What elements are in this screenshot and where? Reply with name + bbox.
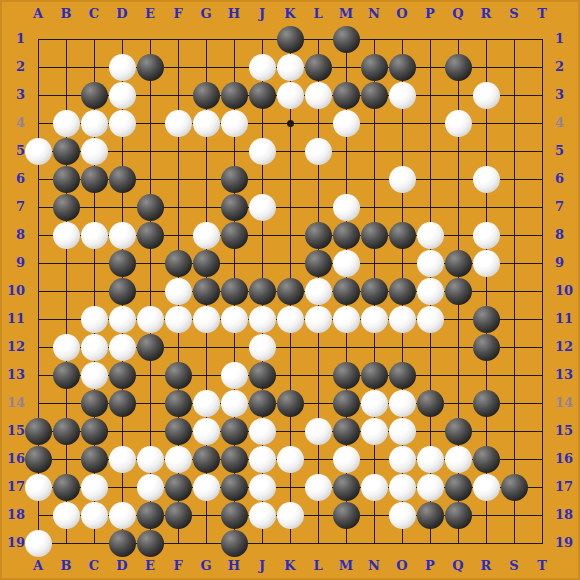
intersection[interactable] [500,445,528,473]
intersection[interactable] [192,193,220,221]
intersection[interactable] [416,81,444,109]
intersection[interactable] [444,53,472,81]
intersection[interactable] [444,361,472,389]
intersection[interactable] [360,137,388,165]
intersection[interactable] [332,389,360,417]
intersection[interactable] [360,249,388,277]
intersection[interactable] [80,333,108,361]
intersection[interactable] [360,501,388,529]
intersection[interactable] [52,277,80,305]
intersection[interactable] [24,501,52,529]
intersection[interactable] [80,529,108,557]
intersection[interactable] [304,165,332,193]
intersection[interactable] [304,193,332,221]
intersection[interactable] [164,473,192,501]
intersection[interactable] [220,361,248,389]
intersection[interactable] [52,137,80,165]
intersection[interactable] [136,529,164,557]
intersection[interactable] [164,221,192,249]
intersection[interactable] [164,249,192,277]
intersection[interactable] [192,445,220,473]
intersection[interactable] [444,529,472,557]
intersection[interactable] [500,165,528,193]
intersection[interactable] [248,305,276,333]
intersection[interactable] [444,389,472,417]
intersection[interactable] [360,529,388,557]
intersection[interactable] [276,333,304,361]
intersection[interactable] [220,25,248,53]
intersection[interactable] [24,249,52,277]
intersection[interactable] [388,389,416,417]
intersection[interactable] [220,445,248,473]
intersection[interactable] [332,165,360,193]
intersection[interactable] [528,445,556,473]
intersection[interactable] [528,277,556,305]
intersection[interactable] [332,445,360,473]
intersection[interactable] [276,417,304,445]
intersection[interactable] [528,221,556,249]
intersection[interactable] [24,333,52,361]
intersection[interactable] [388,25,416,53]
intersection[interactable] [108,333,136,361]
intersection[interactable] [192,221,220,249]
intersection[interactable] [24,445,52,473]
intersection[interactable] [80,249,108,277]
intersection[interactable] [276,25,304,53]
intersection[interactable] [500,361,528,389]
intersection[interactable] [108,25,136,53]
intersection[interactable] [80,137,108,165]
intersection[interactable] [108,137,136,165]
intersection[interactable] [136,361,164,389]
intersection[interactable] [388,529,416,557]
intersection[interactable] [332,81,360,109]
intersection[interactable] [444,445,472,473]
intersection[interactable] [108,165,136,193]
intersection[interactable] [136,445,164,473]
intersection[interactable] [164,501,192,529]
intersection[interactable] [220,333,248,361]
intersection[interactable] [164,389,192,417]
intersection[interactable] [388,53,416,81]
intersection[interactable] [220,305,248,333]
intersection[interactable] [472,137,500,165]
intersection[interactable] [24,417,52,445]
intersection[interactable] [24,305,52,333]
intersection[interactable] [192,165,220,193]
intersection[interactable] [304,81,332,109]
intersection[interactable] [416,109,444,137]
intersection[interactable] [248,25,276,53]
intersection[interactable] [220,81,248,109]
intersection[interactable] [332,529,360,557]
intersection[interactable] [500,53,528,81]
intersection[interactable] [444,221,472,249]
intersection[interactable] [52,389,80,417]
intersection[interactable] [192,277,220,305]
intersection[interactable] [444,473,472,501]
intersection[interactable] [500,25,528,53]
intersection[interactable] [192,333,220,361]
intersection[interactable] [164,53,192,81]
intersection[interactable] [528,25,556,53]
intersection[interactable] [276,165,304,193]
intersection[interactable] [500,305,528,333]
intersection[interactable] [304,249,332,277]
intersection[interactable] [276,529,304,557]
intersection[interactable] [360,221,388,249]
intersection[interactable] [304,473,332,501]
intersection[interactable] [52,53,80,81]
intersection[interactable] [304,417,332,445]
intersection[interactable] [220,53,248,81]
intersection[interactable] [52,25,80,53]
intersection[interactable] [388,361,416,389]
intersection[interactable] [192,389,220,417]
intersection[interactable] [248,137,276,165]
intersection[interactable] [500,109,528,137]
intersection[interactable] [500,137,528,165]
intersection[interactable] [472,277,500,305]
intersection[interactable] [528,361,556,389]
intersection[interactable] [388,221,416,249]
intersection[interactable] [248,193,276,221]
intersection[interactable] [276,305,304,333]
intersection[interactable] [444,137,472,165]
intersection[interactable] [136,277,164,305]
intersection[interactable] [248,165,276,193]
intersection[interactable] [416,501,444,529]
intersection[interactable] [276,277,304,305]
intersection[interactable] [416,249,444,277]
intersection[interactable] [220,193,248,221]
intersection[interactable] [276,193,304,221]
intersection[interactable] [108,109,136,137]
intersection[interactable] [52,333,80,361]
intersection[interactable] [192,417,220,445]
intersection[interactable] [276,137,304,165]
intersection[interactable] [416,137,444,165]
intersection[interactable] [416,305,444,333]
intersection[interactable] [528,473,556,501]
intersection[interactable] [80,165,108,193]
intersection[interactable] [80,25,108,53]
intersection[interactable] [52,501,80,529]
intersection[interactable] [360,193,388,221]
intersection[interactable] [388,193,416,221]
intersection[interactable] [24,361,52,389]
intersection[interactable] [528,193,556,221]
intersection[interactable] [80,473,108,501]
intersection[interactable] [444,333,472,361]
intersection[interactable] [108,389,136,417]
intersection[interactable] [416,25,444,53]
intersection[interactable] [24,165,52,193]
intersection[interactable] [528,109,556,137]
intersection[interactable] [416,333,444,361]
intersection[interactable] [136,417,164,445]
intersection[interactable] [248,501,276,529]
intersection[interactable] [24,137,52,165]
intersection[interactable] [80,389,108,417]
intersection[interactable] [80,53,108,81]
intersection[interactable] [304,389,332,417]
intersection[interactable] [528,529,556,557]
intersection[interactable] [472,361,500,389]
intersection[interactable] [80,361,108,389]
intersection[interactable] [528,305,556,333]
intersection[interactable] [360,473,388,501]
intersection[interactable] [276,389,304,417]
intersection[interactable] [332,361,360,389]
intersection[interactable] [24,193,52,221]
intersection[interactable] [304,529,332,557]
intersection[interactable] [52,361,80,389]
intersection[interactable] [360,389,388,417]
intersection[interactable] [360,165,388,193]
intersection[interactable] [472,109,500,137]
intersection[interactable] [304,109,332,137]
intersection[interactable] [472,473,500,501]
intersection[interactable] [304,361,332,389]
intersection[interactable] [164,81,192,109]
intersection[interactable] [52,165,80,193]
intersection[interactable] [444,417,472,445]
intersection[interactable] [136,501,164,529]
intersection[interactable] [472,389,500,417]
intersection[interactable] [108,445,136,473]
intersection[interactable] [304,445,332,473]
intersection[interactable] [164,165,192,193]
intersection[interactable] [108,305,136,333]
intersection[interactable] [388,445,416,473]
intersection[interactable] [416,417,444,445]
intersection[interactable] [192,529,220,557]
intersection[interactable] [248,333,276,361]
intersection[interactable] [528,389,556,417]
intersection[interactable] [416,165,444,193]
intersection[interactable] [444,109,472,137]
intersection[interactable] [276,361,304,389]
intersection[interactable] [108,81,136,109]
intersection[interactable] [360,361,388,389]
intersection[interactable] [416,221,444,249]
intersection[interactable] [472,305,500,333]
intersection[interactable] [500,277,528,305]
intersection[interactable] [136,109,164,137]
intersection[interactable] [24,277,52,305]
intersection[interactable] [332,221,360,249]
intersection[interactable] [500,81,528,109]
intersection[interactable] [108,277,136,305]
intersection[interactable] [416,445,444,473]
intersection[interactable] [136,53,164,81]
intersection[interactable] [192,137,220,165]
intersection[interactable] [332,333,360,361]
intersection[interactable] [332,25,360,53]
intersection[interactable] [24,473,52,501]
intersection[interactable] [80,417,108,445]
intersection[interactable] [444,277,472,305]
intersection[interactable] [52,445,80,473]
intersection[interactable] [388,109,416,137]
intersection[interactable] [444,81,472,109]
intersection[interactable] [360,109,388,137]
intersection[interactable] [276,109,304,137]
intersection[interactable] [388,137,416,165]
intersection[interactable] [220,165,248,193]
intersection[interactable] [304,277,332,305]
intersection[interactable] [164,137,192,165]
intersection[interactable] [164,25,192,53]
intersection[interactable] [248,277,276,305]
intersection[interactable] [416,277,444,305]
intersection[interactable] [276,473,304,501]
intersection[interactable] [500,417,528,445]
intersection[interactable] [332,277,360,305]
intersection[interactable] [192,361,220,389]
intersection[interactable] [444,249,472,277]
intersection[interactable] [360,25,388,53]
intersection[interactable] [332,137,360,165]
intersection[interactable] [136,221,164,249]
intersection[interactable] [248,529,276,557]
intersection[interactable] [472,53,500,81]
intersection[interactable] [192,501,220,529]
intersection[interactable] [332,473,360,501]
intersection[interactable] [360,53,388,81]
intersection[interactable] [360,417,388,445]
intersection[interactable] [332,249,360,277]
intersection[interactable] [80,109,108,137]
intersection[interactable] [472,25,500,53]
intersection[interactable] [304,333,332,361]
intersection[interactable] [360,81,388,109]
intersection[interactable] [472,165,500,193]
intersection[interactable] [248,221,276,249]
intersection[interactable] [164,417,192,445]
intersection[interactable] [108,249,136,277]
intersection[interactable] [528,53,556,81]
intersection[interactable] [220,417,248,445]
intersection[interactable] [108,529,136,557]
intersection[interactable] [136,137,164,165]
intersection[interactable] [220,221,248,249]
intersection[interactable] [164,333,192,361]
intersection[interactable] [416,53,444,81]
intersection[interactable] [136,165,164,193]
intersection[interactable] [388,277,416,305]
intersection[interactable] [360,445,388,473]
intersection[interactable] [528,333,556,361]
intersection[interactable] [52,305,80,333]
intersection[interactable] [416,473,444,501]
intersection[interactable] [24,81,52,109]
intersection[interactable] [472,529,500,557]
intersection[interactable] [52,109,80,137]
intersection[interactable] [248,249,276,277]
intersection[interactable] [304,137,332,165]
intersection[interactable] [248,361,276,389]
intersection[interactable] [528,417,556,445]
intersection[interactable] [528,249,556,277]
intersection[interactable] [500,529,528,557]
intersection[interactable] [332,501,360,529]
intersection[interactable] [360,305,388,333]
intersection[interactable] [388,333,416,361]
intersection[interactable] [444,165,472,193]
intersection[interactable] [500,193,528,221]
intersection[interactable] [416,361,444,389]
intersection[interactable] [220,277,248,305]
intersection[interactable] [136,193,164,221]
intersection[interactable] [192,249,220,277]
intersection[interactable] [276,249,304,277]
intersection[interactable] [248,473,276,501]
intersection[interactable] [500,473,528,501]
intersection[interactable] [80,81,108,109]
intersection[interactable] [472,221,500,249]
intersection[interactable] [360,277,388,305]
intersection[interactable] [248,53,276,81]
intersection[interactable] [332,193,360,221]
intersection[interactable] [388,501,416,529]
intersection[interactable] [528,501,556,529]
intersection[interactable] [472,445,500,473]
intersection[interactable] [136,81,164,109]
intersection[interactable] [500,249,528,277]
intersection[interactable] [500,221,528,249]
intersection[interactable] [388,165,416,193]
intersection[interactable] [52,473,80,501]
intersection[interactable] [164,361,192,389]
intersection[interactable] [192,53,220,81]
intersection[interactable] [248,81,276,109]
intersection[interactable] [444,501,472,529]
intersection[interactable] [164,529,192,557]
intersection[interactable] [192,305,220,333]
intersection[interactable] [136,473,164,501]
intersection[interactable] [388,249,416,277]
intersection[interactable] [332,109,360,137]
intersection[interactable] [332,417,360,445]
intersection[interactable] [192,473,220,501]
intersection[interactable] [164,109,192,137]
intersection[interactable] [108,361,136,389]
intersection[interactable] [108,221,136,249]
intersection[interactable] [220,249,248,277]
intersection[interactable] [304,53,332,81]
intersection[interactable] [220,389,248,417]
intersection[interactable] [248,417,276,445]
intersection[interactable] [52,529,80,557]
intersection[interactable] [24,529,52,557]
intersection[interactable] [304,221,332,249]
intersection[interactable] [136,333,164,361]
intersection[interactable] [192,81,220,109]
intersection[interactable] [304,305,332,333]
intersection[interactable] [80,501,108,529]
intersection[interactable] [164,305,192,333]
intersection[interactable] [388,81,416,109]
intersection[interactable] [444,25,472,53]
intersection[interactable] [24,25,52,53]
intersection[interactable] [472,81,500,109]
intersection[interactable] [444,193,472,221]
intersection[interactable] [52,221,80,249]
intersection[interactable] [416,389,444,417]
intersection[interactable] [444,305,472,333]
